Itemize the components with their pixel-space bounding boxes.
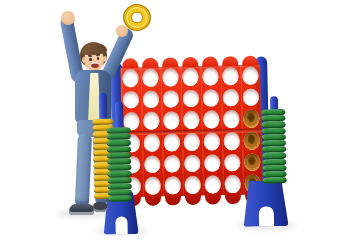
green-disc-stack-left (107, 127, 133, 202)
left-disc-stacks (0, 0, 350, 250)
green-stack-disc (108, 195, 132, 202)
green-stack-disc (107, 171, 131, 178)
yellow-stack-post (99, 93, 108, 121)
left-green-stack-post (114, 101, 123, 129)
product-photo-stage (0, 0, 350, 250)
green-stack-disc (107, 140, 131, 147)
